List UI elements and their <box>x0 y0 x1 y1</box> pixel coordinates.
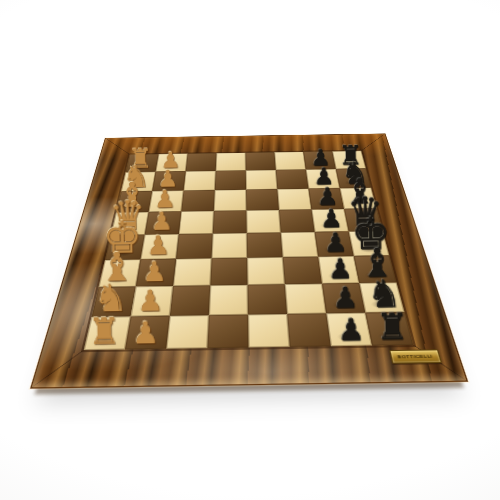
square-c5[interactable] <box>246 189 279 210</box>
piece-shadow <box>119 202 145 211</box>
piece-white-pawn[interactable]: ♟ <box>132 319 160 348</box>
square-h1[interactable]: ♜ <box>84 316 131 350</box>
square-e3[interactable] <box>176 234 213 259</box>
square-g4[interactable] <box>209 285 248 315</box>
chess-board-grid: ♜♟♟♜♞♟♟♞♝♟♟♝♛♟♟♛♚♟♟♚♝♟♟♝♞♟♟♞♜♟♟♜ <box>84 151 414 350</box>
piece-white-pawn[interactable]: ♟ <box>154 188 176 211</box>
chess-board-frame: ♜♟♟♜♞♟♟♞♝♟♟♝♛♟♟♛♚♟♟♚♝♟♟♝♞♟♟♞♜♟♟♜ BOTTICE… <box>30 133 468 388</box>
square-c3[interactable] <box>181 190 215 211</box>
square-a6[interactable] <box>274 152 305 170</box>
square-f5[interactable] <box>247 257 285 285</box>
square-d3[interactable] <box>179 211 214 234</box>
square-h8[interactable]: ♜ <box>365 312 413 345</box>
brand-plaque-label: BOTTICELLI <box>397 354 433 359</box>
piece-white-pawn[interactable]: ♟ <box>157 168 178 190</box>
brand-plaque: BOTTICELLI <box>389 349 442 363</box>
square-b4[interactable] <box>215 170 246 190</box>
piece-shadow <box>155 181 180 189</box>
square-b3[interactable] <box>184 171 216 191</box>
square-g2[interactable]: ♟ <box>131 286 173 316</box>
square-d4[interactable] <box>213 210 247 233</box>
piece-white-pawn[interactable]: ♟ <box>160 150 180 171</box>
piece-black-rook[interactable]: ♜ <box>376 309 409 344</box>
piece-black-pawn[interactable]: ♟ <box>328 256 353 282</box>
square-f3[interactable] <box>173 258 212 286</box>
square-c1[interactable]: ♝ <box>116 191 152 212</box>
square-d6[interactable] <box>279 209 315 232</box>
square-g3[interactable] <box>170 285 211 315</box>
square-f2[interactable]: ♟ <box>136 259 176 287</box>
square-h4[interactable] <box>207 315 248 349</box>
piece-black-pawn[interactable]: ♟ <box>332 285 358 313</box>
square-e6[interactable] <box>281 232 318 257</box>
square-h2[interactable]: ♟ <box>125 316 170 350</box>
piece-black-pawn[interactable]: ♟ <box>317 186 339 209</box>
square-c6[interactable] <box>277 189 311 210</box>
square-a2[interactable]: ♟ <box>156 154 188 172</box>
piece-black-bishop[interactable]: ♝ <box>344 175 375 208</box>
square-g6[interactable] <box>285 284 326 314</box>
square-g7[interactable]: ♟ <box>322 283 365 313</box>
piece-shadow <box>313 199 339 208</box>
square-b5[interactable] <box>246 170 278 190</box>
piece-shadow <box>158 163 182 171</box>
square-d5[interactable] <box>246 210 280 233</box>
square-c2[interactable]: ♟ <box>149 191 184 212</box>
square-c7[interactable]: ♟ <box>309 188 345 209</box>
square-b7[interactable]: ♟ <box>306 169 340 189</box>
piece-white-rook[interactable]: ♜ <box>128 146 152 172</box>
square-e4[interactable] <box>212 233 248 258</box>
square-f7[interactable]: ♟ <box>318 256 359 284</box>
piece-black-rook[interactable]: ♜ <box>339 143 363 169</box>
square-e5[interactable] <box>247 233 283 258</box>
board-tilt-wrapper: ♜♟♟♜♞♟♟♞♝♟♟♝♛♟♟♛♚♟♟♚♝♟♟♝♞♟♟♞♜♟♟♜ BOTTICE… <box>0 0 500 500</box>
square-a4[interactable] <box>216 153 246 171</box>
square-h7[interactable]: ♟ <box>326 313 372 346</box>
square-h6[interactable] <box>287 313 331 347</box>
square-f4[interactable] <box>210 258 247 286</box>
square-c4[interactable] <box>214 190 247 211</box>
piece-white-pawn[interactable]: ♟ <box>142 259 167 285</box>
square-a1[interactable]: ♜ <box>126 154 159 172</box>
piece-shadow <box>124 182 149 190</box>
square-a7[interactable]: ♟ <box>303 151 336 169</box>
square-b6[interactable] <box>276 169 309 189</box>
square-b2[interactable]: ♟ <box>152 171 185 191</box>
piece-black-knight[interactable]: ♞ <box>341 158 369 187</box>
square-a8[interactable]: ♜ <box>332 151 366 169</box>
square-c8[interactable]: ♝ <box>340 188 377 209</box>
square-b8[interactable]: ♞ <box>336 169 371 189</box>
piece-shadow <box>337 160 361 168</box>
square-f6[interactable] <box>283 257 322 285</box>
piece-white-bishop[interactable]: ♝ <box>117 179 148 212</box>
piece-white-rook[interactable]: ♜ <box>88 314 121 349</box>
square-h3[interactable] <box>166 315 209 349</box>
square-b1[interactable]: ♞ <box>121 172 156 192</box>
piece-shadow <box>307 161 331 169</box>
square-g5[interactable] <box>248 284 288 314</box>
piece-shadow <box>310 179 335 187</box>
piece-shadow <box>340 179 366 187</box>
piece-shadow <box>128 163 152 171</box>
piece-shadow <box>345 198 372 207</box>
square-h5[interactable] <box>248 314 290 348</box>
piece-black-pawn[interactable]: ♟ <box>311 148 331 169</box>
piece-white-pawn[interactable]: ♟ <box>137 288 163 316</box>
piece-black-pawn[interactable]: ♟ <box>313 166 334 188</box>
square-a5[interactable] <box>245 152 275 170</box>
square-a3[interactable] <box>186 153 217 171</box>
piece-white-pawn[interactable]: ♟ <box>146 233 170 258</box>
piece-black-pawn[interactable]: ♟ <box>337 316 365 345</box>
piece-shadow <box>151 201 177 210</box>
piece-white-knight[interactable]: ♞ <box>123 162 151 191</box>
